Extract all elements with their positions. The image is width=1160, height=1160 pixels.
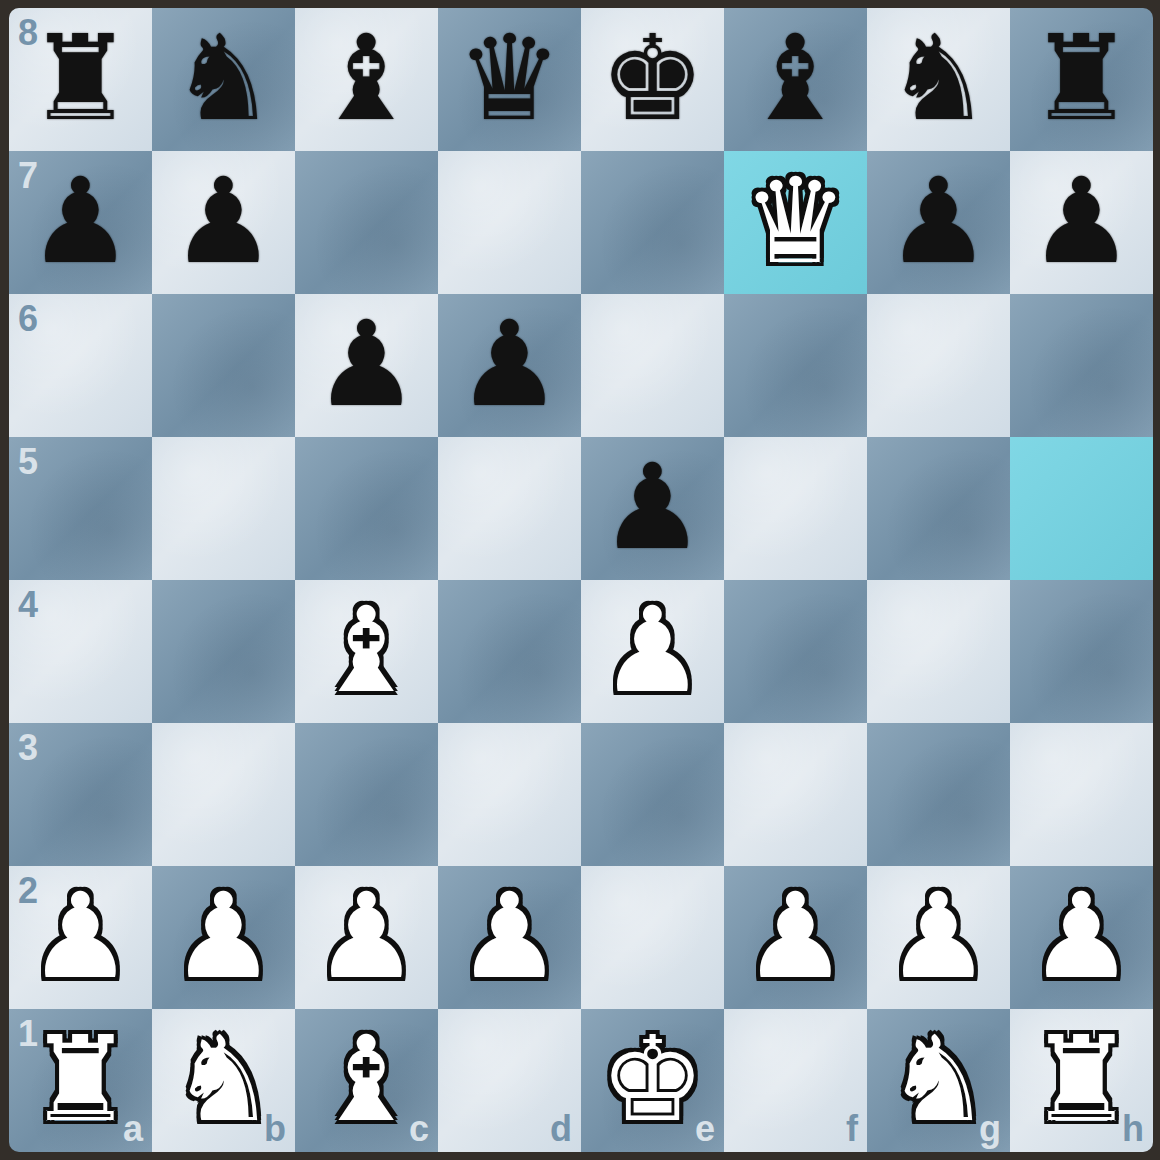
file-label-d: d	[550, 1108, 572, 1150]
piece-white-pawn[interactable]: ♟	[9, 866, 152, 1009]
rank-label-4: 4	[18, 584, 38, 626]
piece-white-knight[interactable]: ♞	[867, 1009, 1010, 1152]
square-g6[interactable]	[867, 294, 1010, 437]
chess-board: 8♜♞♝♛♚♝♞♜7♟♟♛♟♟6♟♟5♟4♝♟32♟♟♟♟♟♟♟1a♜b♞c♝d…	[9, 8, 1153, 1152]
square-g3[interactable]	[867, 723, 1010, 866]
square-d2[interactable]: ♟	[438, 866, 581, 1009]
square-e7[interactable]	[581, 151, 724, 294]
square-h1[interactable]: h♜	[1010, 1009, 1153, 1152]
square-a8[interactable]: 8♜	[9, 8, 152, 151]
square-h5[interactable]	[1010, 437, 1153, 580]
square-a7[interactable]: 7♟	[9, 151, 152, 294]
square-a1[interactable]: 1a♜	[9, 1009, 152, 1152]
square-e3[interactable]	[581, 723, 724, 866]
square-d5[interactable]	[438, 437, 581, 580]
square-c8[interactable]: ♝	[295, 8, 438, 151]
square-e5[interactable]: ♟	[581, 437, 724, 580]
square-c1[interactable]: c♝	[295, 1009, 438, 1152]
piece-white-pawn[interactable]: ♟	[295, 866, 438, 1009]
square-e8[interactable]: ♚	[581, 8, 724, 151]
piece-white-pawn[interactable]: ♟	[438, 866, 581, 1009]
piece-white-rook[interactable]: ♜	[9, 1009, 152, 1152]
piece-black-bishop[interactable]: ♝	[295, 8, 438, 151]
piece-white-pawn[interactable]: ♟	[152, 866, 295, 1009]
square-f5[interactable]	[724, 437, 867, 580]
square-b6[interactable]	[152, 294, 295, 437]
square-b1[interactable]: b♞	[152, 1009, 295, 1152]
square-d3[interactable]	[438, 723, 581, 866]
square-d8[interactable]: ♛	[438, 8, 581, 151]
square-h8[interactable]: ♜	[1010, 8, 1153, 151]
file-label-f: f	[846, 1108, 858, 1150]
piece-white-king[interactable]: ♚	[581, 1009, 724, 1152]
square-a4[interactable]: 4	[9, 580, 152, 723]
square-b5[interactable]	[152, 437, 295, 580]
piece-black-pawn[interactable]: ♟	[152, 151, 295, 294]
square-g4[interactable]	[867, 580, 1010, 723]
square-f2[interactable]: ♟	[724, 866, 867, 1009]
piece-white-pawn[interactable]: ♟	[724, 866, 867, 1009]
square-h2[interactable]: ♟	[1010, 866, 1153, 1009]
square-e1[interactable]: e♚	[581, 1009, 724, 1152]
square-c2[interactable]: ♟	[295, 866, 438, 1009]
piece-black-pawn[interactable]: ♟	[295, 294, 438, 437]
piece-black-pawn[interactable]: ♟	[438, 294, 581, 437]
square-b8[interactable]: ♞	[152, 8, 295, 151]
square-b3[interactable]	[152, 723, 295, 866]
piece-black-pawn[interactable]: ♟	[1010, 151, 1153, 294]
piece-black-pawn[interactable]: ♟	[9, 151, 152, 294]
square-a2[interactable]: 2♟	[9, 866, 152, 1009]
square-e2[interactable]	[581, 866, 724, 1009]
rank-label-6: 6	[18, 298, 38, 340]
piece-white-bishop[interactable]: ♝	[295, 1009, 438, 1152]
piece-black-bishop[interactable]: ♝	[724, 8, 867, 151]
square-g5[interactable]	[867, 437, 1010, 580]
square-f8[interactable]: ♝	[724, 8, 867, 151]
square-d6[interactable]: ♟	[438, 294, 581, 437]
square-f6[interactable]	[724, 294, 867, 437]
square-g2[interactable]: ♟	[867, 866, 1010, 1009]
square-d1[interactable]: d	[438, 1009, 581, 1152]
square-g8[interactable]: ♞	[867, 8, 1010, 151]
square-f1[interactable]: f	[724, 1009, 867, 1152]
square-a3[interactable]: 3	[9, 723, 152, 866]
square-b4[interactable]	[152, 580, 295, 723]
piece-white-queen[interactable]: ♛	[724, 151, 867, 294]
square-a5[interactable]: 5	[9, 437, 152, 580]
square-e4[interactable]: ♟	[581, 580, 724, 723]
piece-black-rook[interactable]: ♜	[1010, 8, 1153, 151]
square-f4[interactable]	[724, 580, 867, 723]
square-d4[interactable]	[438, 580, 581, 723]
square-d7[interactable]	[438, 151, 581, 294]
piece-black-knight[interactable]: ♞	[152, 8, 295, 151]
square-h6[interactable]	[1010, 294, 1153, 437]
square-b7[interactable]: ♟	[152, 151, 295, 294]
piece-white-bishop[interactable]: ♝	[295, 580, 438, 723]
piece-white-rook[interactable]: ♜	[1010, 1009, 1153, 1152]
piece-black-knight[interactable]: ♞	[867, 8, 1010, 151]
square-c7[interactable]	[295, 151, 438, 294]
square-c4[interactable]: ♝	[295, 580, 438, 723]
square-f3[interactable]	[724, 723, 867, 866]
piece-black-king[interactable]: ♚	[581, 8, 724, 151]
square-h4[interactable]	[1010, 580, 1153, 723]
piece-black-pawn[interactable]: ♟	[581, 437, 724, 580]
square-b2[interactable]: ♟	[152, 866, 295, 1009]
rank-label-5: 5	[18, 441, 38, 483]
piece-white-pawn[interactable]: ♟	[1010, 866, 1153, 1009]
piece-black-rook[interactable]: ♜	[9, 8, 152, 151]
square-g7[interactable]: ♟	[867, 151, 1010, 294]
square-g1[interactable]: g♞	[867, 1009, 1010, 1152]
square-c6[interactable]: ♟	[295, 294, 438, 437]
piece-white-pawn[interactable]: ♟	[867, 866, 1010, 1009]
board-frame: 8♜♞♝♛♚♝♞♜7♟♟♛♟♟6♟♟5♟4♝♟32♟♟♟♟♟♟♟1a♜b♞c♝d…	[0, 0, 1160, 1160]
piece-black-pawn[interactable]: ♟	[867, 151, 1010, 294]
square-a6[interactable]: 6	[9, 294, 152, 437]
square-c5[interactable]	[295, 437, 438, 580]
piece-white-knight[interactable]: ♞	[152, 1009, 295, 1152]
piece-white-pawn[interactable]: ♟	[581, 580, 724, 723]
square-e6[interactable]	[581, 294, 724, 437]
square-h3[interactable]	[1010, 723, 1153, 866]
square-f7[interactable]: ♛	[724, 151, 867, 294]
square-c3[interactable]	[295, 723, 438, 866]
square-h7[interactable]: ♟	[1010, 151, 1153, 294]
piece-black-queen[interactable]: ♛	[438, 8, 581, 151]
rank-label-3: 3	[18, 727, 38, 769]
